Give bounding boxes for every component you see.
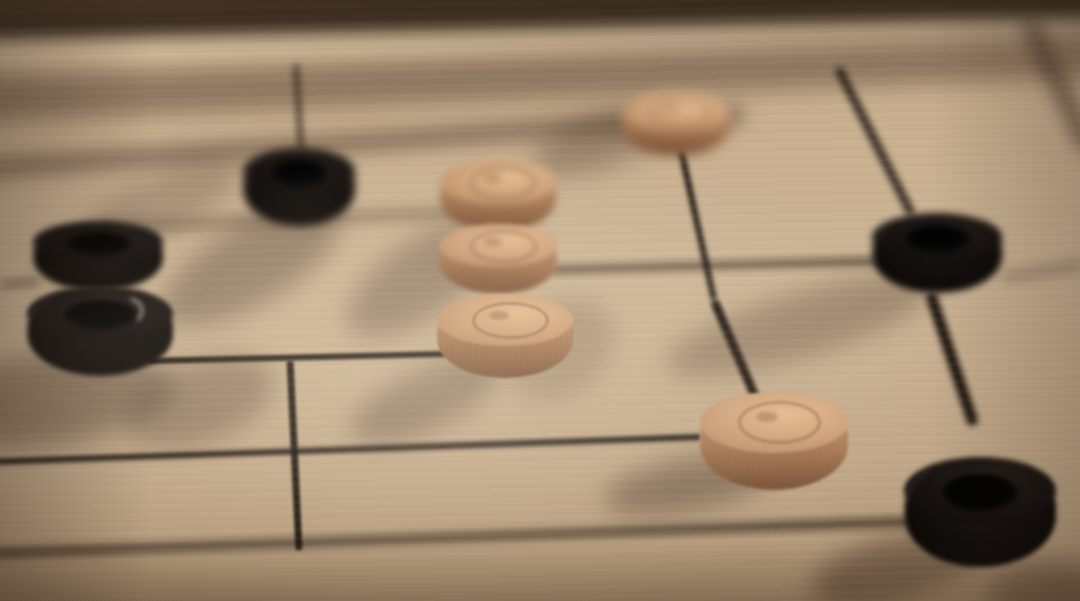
turned-dimple [663,105,679,112]
board-line-front-connector [287,360,303,550]
piece-black-g4[interactable] [872,213,1002,293]
board-line-middle-right-line-upper [678,149,717,300]
board-line-outer-right-line-upper [834,66,915,217]
turned-groove [470,230,537,263]
ring-hole [271,160,327,188]
nine-mens-morris-board-photo [0,0,1080,601]
piece-wood-e3[interactable] [437,294,573,378]
board-line-outer-right-line-lower [925,290,979,426]
piece-black-g1[interactable] [904,457,1056,567]
piece-black-c4[interactable] [33,221,163,291]
piece-wood-f6[interactable] [622,92,730,156]
turned-groove [738,401,821,444]
turned-groove [472,302,549,340]
piece-black-d5[interactable] [243,148,355,226]
ring-hole [66,232,131,257]
turned-dimple [484,238,502,246]
board-surface [0,0,1080,601]
turned-groove [650,98,712,128]
piece-black-c3[interactable] [27,286,173,376]
turned-groove [470,166,536,199]
turned-dimple [489,311,509,320]
cast-shadow [985,562,1080,601]
board-line-right-connector-tail [1001,261,1080,281]
board-line-right-connector [550,258,880,273]
ring-hole [942,474,1018,514]
piece-wood-e5[interactable] [440,160,556,232]
ring-hole [905,225,970,254]
board-line-middle-front-line [0,434,702,465]
board-line-outer-front-line [0,517,914,558]
piece-wood-e4[interactable] [439,224,557,294]
piece-wood-f2[interactable] [700,392,848,490]
